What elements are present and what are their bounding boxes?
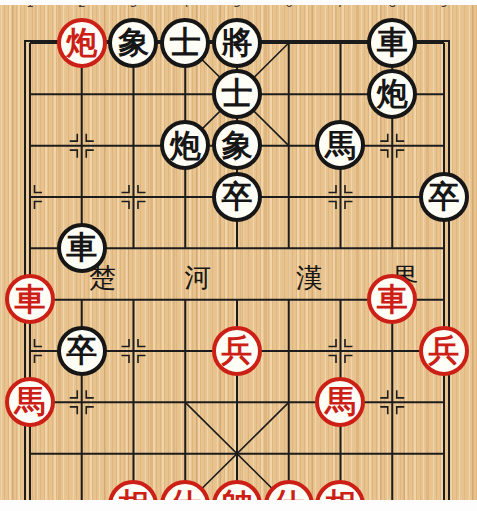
top-margin (0, 0, 477, 5)
piece-black-advisor[interactable]: 士 (160, 18, 210, 68)
piece-black-soldier[interactable]: 卒 (57, 326, 107, 376)
bottom-margin (0, 500, 477, 511)
piece-red-soldier[interactable]: 兵 (419, 326, 469, 376)
piece-black-elephant[interactable]: 象 (108, 18, 158, 68)
piece-black-chariot[interactable]: 車 (367, 18, 417, 68)
piece-red-horse[interactable]: 馬 (315, 377, 365, 427)
piece-red-chariot[interactable]: 車 (367, 274, 417, 324)
piece-black-chariot[interactable]: 車 (57, 223, 107, 273)
piece-black-advisor[interactable]: 士 (212, 69, 262, 119)
piece-black-cannon[interactable]: 炮 (367, 69, 417, 119)
piece-red-chariot[interactable]: 車 (5, 274, 55, 324)
piece-black-horse[interactable]: 馬 (315, 120, 365, 170)
piece-black-general[interactable]: 將 (212, 18, 262, 68)
piece-black-soldier[interactable]: 卒 (212, 172, 262, 222)
piece-black-soldier[interactable]: 卒 (419, 172, 469, 222)
xiangqi-board: 123456789 楚 河 漢 界 炮象士將車士炮炮象馬卒卒車車車卒兵兵馬馬相仕… (0, 0, 477, 511)
piece-black-elephant[interactable]: 象 (212, 120, 262, 170)
piece-red-soldier[interactable]: 兵 (212, 326, 262, 376)
piece-red-cannon[interactable]: 炮 (57, 18, 107, 68)
piece-layer: 炮象士將車士炮炮象馬卒卒車車車卒兵兵馬馬相仕帥仕相 (4, 17, 470, 511)
piece-red-horse[interactable]: 馬 (5, 377, 55, 427)
piece-black-cannon[interactable]: 炮 (160, 120, 210, 170)
